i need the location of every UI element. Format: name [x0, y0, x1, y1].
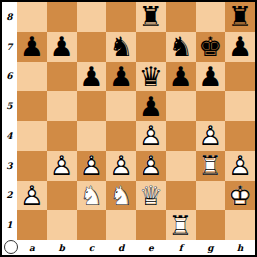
white-queen-icon: ♛♕ — [136, 181, 166, 211]
white-pawn-icon: ♟♙ — [77, 151, 107, 181]
square-d3[interactable]: ♟♙ — [106, 151, 136, 181]
square-g7[interactable]: ♚ — [196, 32, 226, 62]
square-e2[interactable]: ♛♕ — [136, 181, 166, 211]
square-h2[interactable]: ♚♔ — [225, 181, 255, 211]
black-pawn-icon: ♟ — [106, 62, 136, 92]
square-a3[interactable] — [17, 151, 47, 181]
square-e7[interactable] — [136, 32, 166, 62]
black-king-icon: ♚ — [196, 32, 226, 62]
rank-label-1: 1 — [2, 210, 17, 240]
square-b8[interactable] — [47, 2, 77, 32]
square-f3[interactable] — [166, 151, 196, 181]
square-b5[interactable] — [47, 91, 77, 121]
square-a5[interactable] — [17, 91, 47, 121]
square-b1[interactable] — [47, 210, 77, 240]
square-h6[interactable] — [225, 62, 255, 92]
white-pawn-icon: ♟♙ — [136, 151, 166, 181]
square-g4[interactable]: ♟♙ — [196, 121, 226, 151]
square-c2[interactable]: ♞♘ — [77, 181, 107, 211]
black-pawn-icon: ♟ — [47, 32, 77, 62]
square-c7[interactable] — [77, 32, 107, 62]
rank-label-3: 3 — [2, 151, 17, 181]
square-g6[interactable]: ♟ — [196, 62, 226, 92]
white-knight-icon: ♞♘ — [77, 181, 107, 211]
square-e1[interactable] — [136, 210, 166, 240]
white-king-icon: ♚♔ — [225, 181, 255, 211]
square-c6[interactable]: ♟ — [77, 62, 107, 92]
square-g8[interactable] — [196, 2, 226, 32]
white-pawn-icon: ♟♙ — [196, 121, 226, 151]
rank-label-4: 4 — [2, 121, 17, 151]
square-f8[interactable] — [166, 2, 196, 32]
black-queen-icon: ♛ — [136, 62, 166, 92]
square-b7[interactable]: ♟ — [47, 32, 77, 62]
square-e4[interactable]: ♟♙ — [136, 121, 166, 151]
black-knight-icon: ♞ — [106, 32, 136, 62]
chess-board: ♜♜♟♟♞♞♚♟♟♟♛♟♟♟♟♙♟♙♟♙♟♙♟♙♟♙♜♖♟♙♟♙♞♘♞♘♛♕♚♔… — [17, 2, 255, 240]
square-h4[interactable] — [225, 121, 255, 151]
black-pawn-icon: ♟ — [136, 91, 166, 121]
black-pawn-icon: ♟ — [17, 32, 47, 62]
square-g1[interactable] — [196, 210, 226, 240]
square-g5[interactable] — [196, 91, 226, 121]
black-rook-icon: ♜ — [136, 2, 166, 32]
file-label-g: g — [196, 240, 226, 255]
square-g2[interactable] — [196, 181, 226, 211]
square-e3[interactable]: ♟♙ — [136, 151, 166, 181]
black-pawn-icon: ♟ — [77, 62, 107, 92]
square-d2[interactable]: ♞♘ — [106, 181, 136, 211]
black-pawn-icon: ♟ — [166, 62, 196, 92]
square-e6[interactable]: ♛ — [136, 62, 166, 92]
square-f7[interactable]: ♞ — [166, 32, 196, 62]
white-pawn-icon: ♟♙ — [225, 151, 255, 181]
white-pawn-icon: ♟♙ — [106, 151, 136, 181]
file-label-c: c — [77, 240, 107, 255]
square-a7[interactable]: ♟ — [17, 32, 47, 62]
square-a2[interactable]: ♟♙ — [17, 181, 47, 211]
diagram-layout: 87654321 ♜♜♟♟♞♞♚♟♟♟♛♟♟♟♟♙♟♙♟♙♟♙♟♙♟♙♜♖♟♙♟… — [2, 2, 255, 255]
file-label-e: e — [136, 240, 166, 255]
black-rook-icon: ♜ — [225, 2, 255, 32]
file-labels: abcdefgh — [17, 240, 255, 255]
square-b3[interactable]: ♟♙ — [47, 151, 77, 181]
rank-label-7: 7 — [2, 32, 17, 62]
square-d6[interactable]: ♟ — [106, 62, 136, 92]
square-b2[interactable] — [47, 181, 77, 211]
white-rook-icon: ♜♖ — [196, 151, 226, 181]
rank-label-2: 2 — [2, 181, 17, 211]
square-d4[interactable] — [106, 121, 136, 151]
square-h1[interactable] — [225, 210, 255, 240]
square-c8[interactable] — [77, 2, 107, 32]
square-f1[interactable]: ♜♖ — [166, 210, 196, 240]
margin-corner — [2, 240, 17, 255]
square-e8[interactable]: ♜ — [136, 2, 166, 32]
square-a6[interactable] — [17, 62, 47, 92]
white-pawn-icon: ♟♙ — [17, 181, 47, 211]
rank-label-6: 6 — [2, 62, 17, 92]
white-knight-icon: ♞♘ — [106, 181, 136, 211]
square-h5[interactable] — [225, 91, 255, 121]
rank-labels: 87654321 — [2, 2, 17, 240]
file-label-a: a — [17, 240, 47, 255]
square-d7[interactable]: ♞ — [106, 32, 136, 62]
square-a4[interactable] — [17, 121, 47, 151]
square-c1[interactable] — [77, 210, 107, 240]
rank-label-8: 8 — [2, 2, 17, 32]
square-d1[interactable] — [106, 210, 136, 240]
square-c3[interactable]: ♟♙ — [77, 151, 107, 181]
white-to-move-indicator — [4, 240, 18, 254]
square-h3[interactable]: ♟♙ — [225, 151, 255, 181]
square-f6[interactable]: ♟ — [166, 62, 196, 92]
square-c4[interactable] — [77, 121, 107, 151]
square-f4[interactable] — [166, 121, 196, 151]
file-label-b: b — [47, 240, 77, 255]
black-pawn-icon: ♟ — [225, 32, 255, 62]
black-pawn-icon: ♟ — [196, 62, 226, 92]
square-c5[interactable] — [77, 91, 107, 121]
square-e5[interactable]: ♟ — [136, 91, 166, 121]
square-f5[interactable] — [166, 91, 196, 121]
square-b6[interactable] — [47, 62, 77, 92]
square-h8[interactable]: ♜ — [225, 2, 255, 32]
chess-diagram: 87654321 ♜♜♟♟♞♞♚♟♟♟♛♟♟♟♟♙♟♙♟♙♟♙♟♙♟♙♜♖♟♙♟… — [0, 0, 257, 257]
file-label-f: f — [166, 240, 196, 255]
rank-label-5: 5 — [2, 91, 17, 121]
white-pawn-icon: ♟♙ — [136, 121, 166, 151]
square-f2[interactable] — [166, 181, 196, 211]
square-a1[interactable] — [17, 210, 47, 240]
square-h7[interactable]: ♟ — [225, 32, 255, 62]
black-knight-icon: ♞ — [166, 32, 196, 62]
square-d5[interactable] — [106, 91, 136, 121]
square-d8[interactable] — [106, 2, 136, 32]
square-g3[interactable]: ♜♖ — [196, 151, 226, 181]
white-rook-icon: ♜♖ — [166, 210, 196, 240]
white-pawn-icon: ♟♙ — [47, 151, 77, 181]
square-a8[interactable] — [17, 2, 47, 32]
square-b4[interactable] — [47, 121, 77, 151]
file-label-d: d — [106, 240, 136, 255]
file-label-h: h — [225, 240, 255, 255]
